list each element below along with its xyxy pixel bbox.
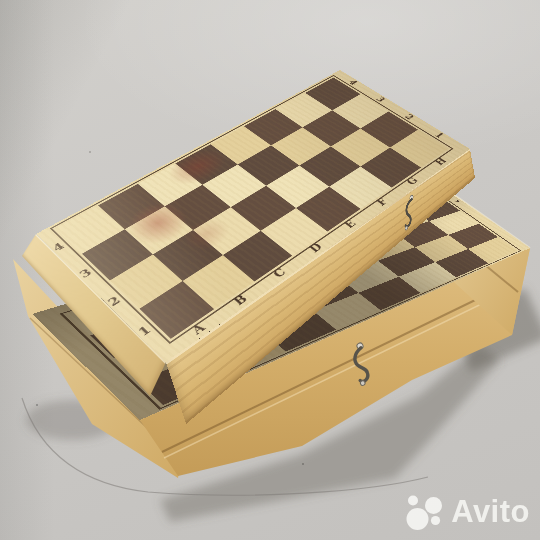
watermark-text: Avito	[451, 494, 530, 530]
product-photo-chess-box: 87 43214321ABCDEFGH Avito	[0, 0, 540, 540]
avito-logo-icon	[405, 492, 445, 532]
speck	[302, 463, 304, 465]
watermark: Avito	[405, 492, 530, 532]
speck	[89, 151, 91, 153]
speck	[36, 404, 38, 406]
